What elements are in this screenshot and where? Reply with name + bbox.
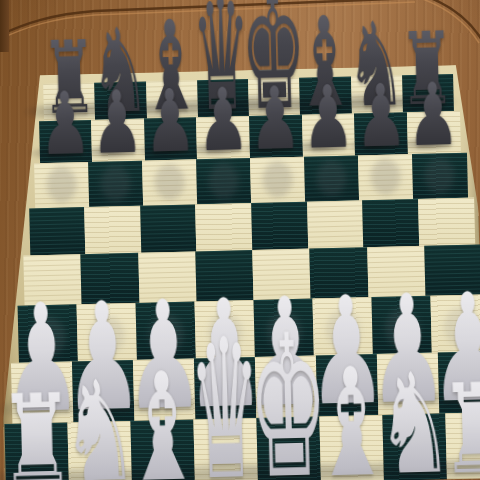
piece-black-pawn-b7[interactable]: ♟ — [90, 79, 144, 167]
board-scene: ♜♞♝♛♚♝♞♜♟♟♟♟♟♟♟♟♟♟♟♟♟♟♟♟♜♞♝♛♚♝♞♜ — [0, 0, 480, 480]
square-d5[interactable] — [196, 203, 253, 251]
piece-black-pawn-g7[interactable]: ♟ — [353, 72, 407, 160]
square-f5[interactable] — [307, 200, 364, 248]
square-h5[interactable] — [418, 198, 475, 246]
square-e5[interactable] — [251, 202, 308, 250]
piece-black-pawn-c7[interactable]: ♟ — [143, 78, 197, 166]
square-a5[interactable] — [29, 207, 86, 255]
piece-black-pawn-a7[interactable]: ♟ — [38, 80, 92, 168]
square-g5[interactable] — [362, 199, 419, 247]
chess-app-viewport: ♜♞♝♛♚♝♞♜♟♟♟♟♟♟♟♟♟♟♟♟♟♟♟♟♜♞♝♛♚♝♞♜ — [0, 0, 480, 480]
piece-black-pawn-f7[interactable]: ♟ — [301, 74, 355, 162]
square-c5[interactable] — [140, 204, 197, 252]
piece-black-pawn-e7[interactable]: ♟ — [248, 75, 302, 163]
square-b5[interactable] — [84, 206, 141, 254]
piece-white-rook-h1[interactable]: ♜ — [437, 366, 480, 480]
piece-black-pawn-h7[interactable]: ♟ — [406, 71, 460, 159]
piece-black-pawn-d7[interactable]: ♟ — [196, 76, 250, 164]
